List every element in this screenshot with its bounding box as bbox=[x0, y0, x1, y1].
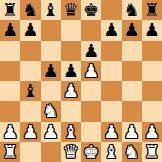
square-b5[interactable] bbox=[20, 61, 40, 81]
white-bishop[interactable]: ♝ bbox=[103, 142, 119, 160]
white-pawn[interactable]: ♟ bbox=[144, 122, 160, 140]
square-f5[interactable] bbox=[101, 61, 121, 81]
square-f3[interactable] bbox=[101, 101, 121, 121]
square-g4[interactable] bbox=[122, 81, 142, 101]
square-f8[interactable] bbox=[101, 0, 121, 20]
black-pawn[interactable]: ♟ bbox=[144, 21, 160, 39]
square-g5[interactable] bbox=[122, 61, 142, 81]
square-e8[interactable]: ♚ bbox=[81, 0, 101, 20]
square-c3[interactable]: ♞ bbox=[41, 101, 61, 121]
square-f7[interactable]: ♟ bbox=[101, 20, 121, 40]
white-pawn[interactable]: ♟ bbox=[124, 122, 140, 140]
chess-board: ♜♞♝♛♚♞♜♟♟♟♟♟♟♟♟♟♝♟♞♟♟♟♝♟♟♟♜♛♚♝♞♜ bbox=[0, 0, 162, 162]
square-e2[interactable] bbox=[81, 122, 101, 142]
square-a2[interactable]: ♟ bbox=[0, 122, 20, 142]
black-pawn[interactable]: ♟ bbox=[22, 21, 38, 39]
black-queen[interactable]: ♛ bbox=[63, 1, 79, 19]
square-g8[interactable]: ♞ bbox=[122, 0, 142, 20]
square-f2[interactable]: ♟ bbox=[101, 122, 121, 142]
white-king[interactable]: ♚ bbox=[83, 142, 99, 160]
square-b6[interactable] bbox=[20, 41, 40, 61]
white-queen[interactable]: ♛ bbox=[63, 142, 79, 160]
black-knight[interactable]: ♞ bbox=[124, 1, 140, 19]
square-b8[interactable]: ♞ bbox=[20, 0, 40, 20]
square-b2[interactable]: ♟ bbox=[20, 122, 40, 142]
square-h3[interactable] bbox=[142, 101, 162, 121]
white-pawn[interactable]: ♟ bbox=[63, 82, 79, 100]
square-g3[interactable] bbox=[122, 101, 142, 121]
square-a4[interactable] bbox=[0, 81, 20, 101]
black-bishop[interactable]: ♝ bbox=[22, 82, 38, 100]
white-rook[interactable]: ♜ bbox=[144, 142, 160, 160]
square-c6[interactable] bbox=[41, 41, 61, 61]
square-f6[interactable] bbox=[101, 41, 121, 61]
square-c5[interactable]: ♟ bbox=[41, 61, 61, 81]
white-pawn[interactable]: ♟ bbox=[2, 122, 18, 140]
square-a8[interactable]: ♜ bbox=[0, 0, 20, 20]
square-b3[interactable] bbox=[20, 101, 40, 121]
square-a3[interactable] bbox=[0, 101, 20, 121]
square-g6[interactable] bbox=[122, 41, 142, 61]
white-knight[interactable]: ♞ bbox=[124, 142, 140, 160]
square-c7[interactable] bbox=[41, 20, 61, 40]
square-b4[interactable]: ♝ bbox=[20, 81, 40, 101]
black-king[interactable]: ♚ bbox=[83, 1, 99, 19]
black-rook[interactable]: ♜ bbox=[144, 1, 160, 19]
black-pawn[interactable]: ♟ bbox=[63, 61, 79, 79]
square-a5[interactable] bbox=[0, 61, 20, 81]
black-knight[interactable]: ♞ bbox=[22, 1, 38, 19]
black-bishop[interactable]: ♝ bbox=[43, 1, 59, 19]
white-pawn[interactable]: ♟ bbox=[22, 122, 38, 140]
square-f4[interactable] bbox=[101, 81, 121, 101]
square-d5[interactable]: ♟ bbox=[61, 61, 81, 81]
square-d4[interactable]: ♟ bbox=[61, 81, 81, 101]
square-b1[interactable] bbox=[20, 142, 40, 162]
square-h7[interactable]: ♟ bbox=[142, 20, 162, 40]
square-a7[interactable]: ♟ bbox=[0, 20, 20, 40]
black-pawn[interactable]: ♟ bbox=[83, 41, 99, 59]
black-rook[interactable]: ♜ bbox=[2, 1, 18, 19]
square-h6[interactable] bbox=[142, 41, 162, 61]
square-c8[interactable]: ♝ bbox=[41, 0, 61, 20]
square-h1[interactable]: ♜ bbox=[142, 142, 162, 162]
black-pawn[interactable]: ♟ bbox=[124, 21, 140, 39]
black-pawn[interactable]: ♟ bbox=[43, 61, 59, 79]
white-bishop[interactable]: ♝ bbox=[63, 122, 79, 140]
square-c4[interactable] bbox=[41, 81, 61, 101]
white-pawn[interactable]: ♟ bbox=[83, 61, 99, 79]
square-d3[interactable] bbox=[61, 101, 81, 121]
white-knight[interactable]: ♞ bbox=[43, 102, 59, 120]
square-e1[interactable]: ♚ bbox=[81, 142, 101, 162]
black-pawn[interactable]: ♟ bbox=[103, 21, 119, 39]
square-d6[interactable] bbox=[61, 41, 81, 61]
square-h2[interactable]: ♟ bbox=[142, 122, 162, 142]
white-pawn[interactable]: ♟ bbox=[103, 122, 119, 140]
white-pawn[interactable]: ♟ bbox=[43, 122, 59, 140]
square-e3[interactable] bbox=[81, 101, 101, 121]
square-d2[interactable]: ♝ bbox=[61, 122, 81, 142]
square-g7[interactable]: ♟ bbox=[122, 20, 142, 40]
square-a6[interactable] bbox=[0, 41, 20, 61]
square-g1[interactable]: ♞ bbox=[122, 142, 142, 162]
square-f1[interactable]: ♝ bbox=[101, 142, 121, 162]
square-c1[interactable] bbox=[41, 142, 61, 162]
square-h8[interactable]: ♜ bbox=[142, 0, 162, 20]
square-d1[interactable]: ♛ bbox=[61, 142, 81, 162]
square-c2[interactable]: ♟ bbox=[41, 122, 61, 142]
square-b7[interactable]: ♟ bbox=[20, 20, 40, 40]
square-e6[interactable]: ♟ bbox=[81, 41, 101, 61]
square-e5[interactable]: ♟ bbox=[81, 61, 101, 81]
square-a1[interactable]: ♜ bbox=[0, 142, 20, 162]
square-h5[interactable] bbox=[142, 61, 162, 81]
black-pawn[interactable]: ♟ bbox=[2, 21, 18, 39]
square-e4[interactable] bbox=[81, 81, 101, 101]
square-e7[interactable] bbox=[81, 20, 101, 40]
white-rook[interactable]: ♜ bbox=[2, 142, 18, 160]
square-g2[interactable]: ♟ bbox=[122, 122, 142, 142]
square-d8[interactable]: ♛ bbox=[61, 0, 81, 20]
square-d7[interactable] bbox=[61, 20, 81, 40]
square-h4[interactable] bbox=[142, 81, 162, 101]
